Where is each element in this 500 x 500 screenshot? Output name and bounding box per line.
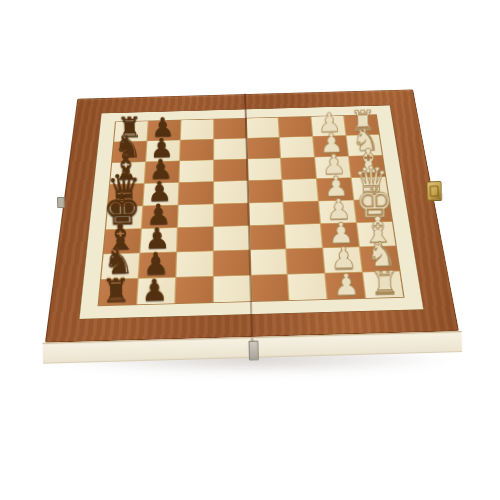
square-c4 [248, 158, 282, 180]
square-f4 [250, 225, 286, 249]
scene: ♜♞♝♛♚♝♞♜♟♟♟♟♟♟♟♟♟♟♟♟♟♟♟♟♜♞♝♛♚♝♞♜ [0, 87, 500, 441]
square-d5 [214, 181, 248, 204]
brass-latch-icon [426, 181, 442, 201]
piece-h1-light-rook: ♜ [364, 236, 404, 299]
square-g5 [213, 251, 249, 276]
product-photo: ♜♞♝♛♚♝♞♜♟♟♟♟♟♟♟♟♟♟♟♟♟♟♟♟♜♞♝♛♚♝♞♜ [0, 0, 500, 500]
square-e5 [214, 203, 249, 226]
square-a5 [214, 119, 246, 139]
square-b6 [180, 139, 213, 160]
square-g6 [176, 252, 212, 277]
piece-h7-dark-pawn: ♟ [134, 242, 174, 305]
square-e6 [178, 204, 213, 228]
square-e3 [284, 201, 320, 224]
square-h6 [175, 277, 212, 304]
square-c5 [214, 159, 247, 181]
front-hinge-icon [248, 340, 258, 360]
piece-h2-light-pawn: ♟ [326, 237, 366, 300]
square-g3 [287, 248, 325, 273]
square-d3 [283, 179, 318, 202]
square-f6 [177, 227, 213, 251]
piece-h8-dark-rook: ♜ [96, 243, 136, 306]
square-b4 [247, 138, 280, 159]
square-a4 [246, 118, 279, 138]
square-c3 [281, 157, 316, 179]
square-b3 [280, 137, 314, 158]
square-d6 [178, 182, 212, 205]
square-h4 [251, 275, 289, 301]
square-a6 [181, 119, 213, 139]
square-b5 [214, 138, 247, 159]
square-h5 [213, 276, 250, 303]
square-d4 [248, 180, 283, 203]
perspective-wrapper: ♜♞♝♛♚♝♞♜♟♟♟♟♟♟♟♟♟♟♟♟♟♟♟♟♜♞♝♛♚♝♞♜ [0, 87, 500, 441]
square-c6 [179, 160, 212, 182]
square-h3 [288, 274, 327, 300]
square-f3 [285, 224, 322, 248]
square-f5 [214, 226, 249, 250]
chess-board: ♜♞♝♛♚♝♞♜♟♟♟♟♟♟♟♟♟♟♟♟♟♟♟♟♜♞♝♛♚♝♞♜ [45, 89, 459, 342]
square-g4 [250, 249, 287, 274]
square-a3 [279, 117, 312, 137]
hinge-pin-icon [57, 197, 65, 208]
square-e4 [249, 202, 284, 225]
